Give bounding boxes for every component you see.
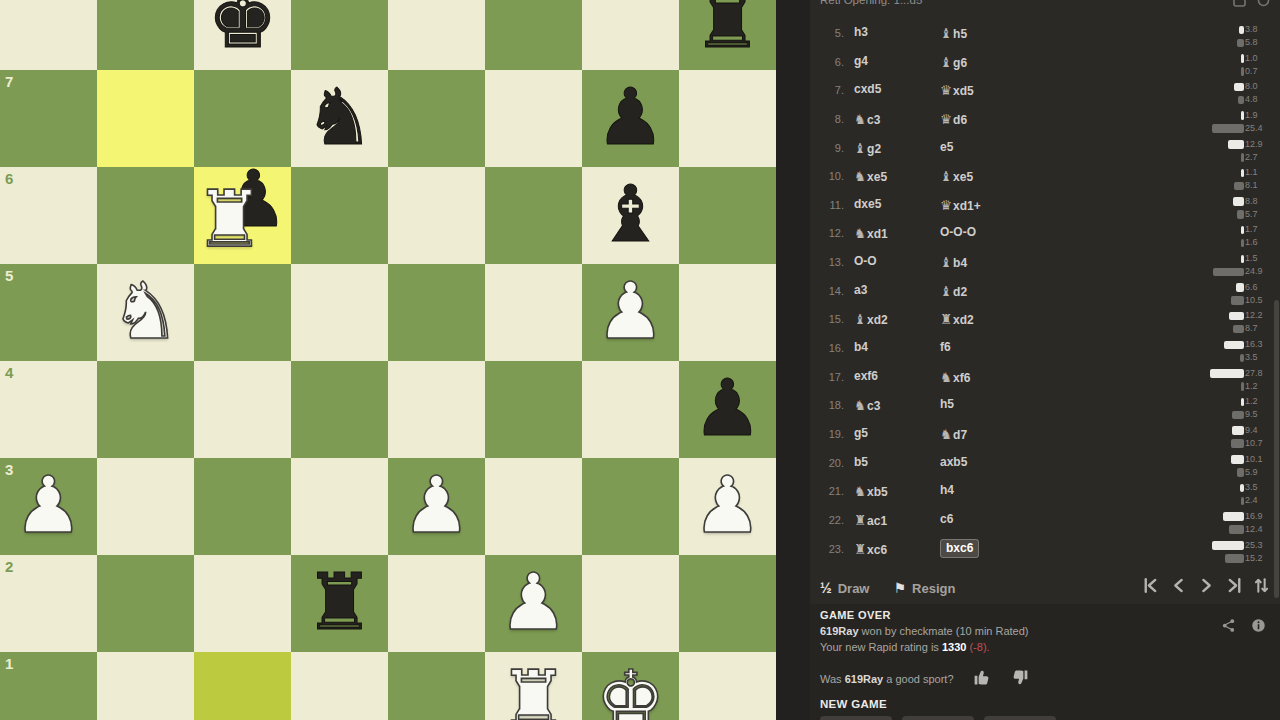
- black-time-bar: [1241, 239, 1244, 248]
- figurine-icon: ♞: [854, 397, 866, 413]
- move-number: 9.: [818, 142, 844, 154]
- black-move-23[interactable]: bxc6: [940, 541, 1080, 555]
- black-move-16[interactable]: f6: [940, 340, 1080, 354]
- move-row-16: 16.b4f616.33.5: [818, 337, 1274, 366]
- white-time-bar: [1234, 83, 1244, 92]
- white-time-bar: [1210, 369, 1244, 378]
- white-pawn-e3[interactable]: ♟: [388, 458, 485, 555]
- black-time-bar: [1237, 39, 1244, 48]
- move-number: 22.: [818, 514, 844, 526]
- white-move-time: 12.9: [1174, 139, 1274, 151]
- white-move-9[interactable]: ♝g2: [854, 140, 938, 156]
- square-e1[interactable]: [388, 652, 485, 720]
- square-h1[interactable]: [679, 652, 776, 720]
- square-f5[interactable]: [485, 264, 582, 361]
- white-move-time: 1.5: [1174, 253, 1274, 265]
- white-time-bar: [1228, 140, 1244, 149]
- square-b3[interactable]: [97, 458, 194, 555]
- white-move-18[interactable]: ♞c3: [854, 397, 938, 413]
- next-move-button[interactable]: [1197, 576, 1216, 595]
- move-number: 20.: [818, 457, 844, 469]
- white-time-value: 16.3: [1245, 339, 1272, 349]
- square-d3[interactable]: [291, 458, 388, 555]
- move-list-scrollbar[interactable]: [1274, 300, 1279, 598]
- square-e5[interactable]: [388, 264, 485, 361]
- white-time-value: 12.9: [1245, 139, 1272, 149]
- move-row-12: 12.♞xd1O-O-O1.71.6: [818, 222, 1274, 251]
- new-game-buttons: 1 min3 min10 min: [820, 716, 1056, 720]
- thumbs-down-button[interactable]: [1009, 667, 1030, 690]
- move-row-8: 8.♞c3♛d61.925.4: [818, 108, 1274, 137]
- move-row-9: 9.♝g2e512.92.7: [818, 137, 1274, 166]
- white-move-21[interactable]: ♞xb5: [854, 483, 938, 499]
- figurine-icon: ♛: [940, 111, 952, 127]
- white-time-value: 12.2: [1245, 310, 1272, 320]
- black-move-14[interactable]: ♝d2: [940, 283, 1080, 299]
- white-time-bar: [1241, 255, 1244, 264]
- figurine-icon: ♝: [940, 168, 952, 184]
- white-time-value: 3.8: [1245, 24, 1272, 34]
- black-time-value: 8.7: [1245, 323, 1272, 333]
- move-number: 11.: [818, 199, 844, 211]
- white-time-bar: [1241, 54, 1244, 63]
- white-move-5[interactable]: h3: [854, 25, 938, 39]
- figurine-icon: ♝: [940, 254, 952, 270]
- square-g3[interactable]: [582, 458, 679, 555]
- black-time-value: 24.9: [1245, 266, 1272, 276]
- white-move-time: 1.0: [1174, 53, 1274, 65]
- white-time-bar: [1241, 169, 1244, 178]
- move-number: 19.: [818, 428, 844, 440]
- move-row-22: 22.♜ac1c616.912.4: [818, 509, 1274, 538]
- square-b4[interactable]: [97, 361, 194, 458]
- figurine-icon: ♝: [940, 283, 952, 299]
- white-time-value: 1.1: [1245, 167, 1272, 177]
- square-c5[interactable]: [194, 264, 291, 361]
- white-move-14[interactable]: a3: [854, 283, 938, 297]
- white-move-23[interactable]: ♜xc6: [854, 541, 938, 557]
- figurine-icon: ♞: [854, 225, 866, 241]
- black-time-value: 5.7: [1245, 209, 1272, 219]
- white-time-bar: [1212, 541, 1244, 550]
- white-pawn-f2[interactable]: ♟: [485, 555, 582, 652]
- black-time-value: 5.9: [1245, 467, 1272, 477]
- square-d6[interactable]: [291, 167, 388, 264]
- white-move-time: 8.0: [1174, 81, 1274, 93]
- white-time-bar: [1239, 26, 1244, 35]
- new-game-button-1-min[interactable]: 1 min: [820, 716, 892, 720]
- square-h5[interactable]: [679, 264, 776, 361]
- rank-label-5: 5: [5, 267, 13, 284]
- game-over-title: GAME OVER: [820, 609, 891, 621]
- black-time-bar: [1237, 468, 1244, 477]
- figurine-icon: ♞: [940, 426, 952, 442]
- opening-name[interactable]: Réti Opening: 1...d5: [820, 0, 1160, 10]
- white-move-22[interactable]: ♜ac1: [854, 512, 938, 528]
- square-d1[interactable]: [291, 652, 388, 720]
- black-move-time: 5.8: [1174, 37, 1274, 49]
- move-row-20: 20.b5axb510.15.9: [818, 452, 1274, 481]
- white-move-10[interactable]: ♞xe5: [854, 168, 938, 184]
- white-time-value: 16.9: [1245, 511, 1272, 521]
- move-list: 5.h3♝h53.85.86.g4♝g61.00.77.cxd5♛xd58.04…: [818, 22, 1274, 566]
- figurine-icon: ♞: [854, 111, 866, 127]
- black-time-value: 3.5: [1245, 352, 1272, 362]
- square-c4[interactable]: [194, 361, 291, 458]
- black-move-9[interactable]: e5: [940, 140, 1080, 154]
- move-row-21: 21.♞xb5h43.52.4: [818, 480, 1274, 509]
- black-move-time: 1.6: [1174, 237, 1274, 249]
- black-move-8[interactable]: ♛d6: [940, 111, 1080, 127]
- move-number: 13.: [818, 256, 844, 268]
- white-move-time: 12.2: [1174, 310, 1274, 322]
- figurine-icon: ♜: [854, 541, 866, 557]
- white-move-12[interactable]: ♞xd1: [854, 225, 938, 241]
- figurine-icon: ♛: [940, 197, 952, 213]
- square-a8[interactable]: [0, 0, 97, 70]
- square-b1[interactable]: [97, 652, 194, 720]
- square-g4[interactable]: [582, 361, 679, 458]
- square-g8[interactable]: [582, 0, 679, 70]
- white-pawn-a3[interactable]: ♟: [0, 458, 97, 555]
- openings-book-icon[interactable]: [1233, 0, 1246, 11]
- square-f3[interactable]: [485, 458, 582, 555]
- share-icon[interactable]: [1221, 618, 1236, 637]
- white-move-time: 25.3: [1174, 540, 1274, 552]
- move-number: 17.: [818, 371, 844, 383]
- black-move-time: 4.8: [1174, 94, 1274, 106]
- square-h6[interactable]: [679, 167, 776, 264]
- black-knight-d7[interactable]: ♞: [291, 70, 388, 167]
- move-number: 15.: [818, 313, 844, 325]
- white-time-value: 1.5: [1245, 253, 1272, 263]
- black-time-bar: [1212, 124, 1244, 133]
- square-h2[interactable]: [679, 555, 776, 652]
- move-number: 10.: [818, 170, 844, 182]
- move-number: 6.: [818, 56, 844, 68]
- white-pawn-g5[interactable]: ♟: [582, 264, 679, 361]
- white-time-value: 8.0: [1245, 81, 1272, 91]
- white-move-19[interactable]: g5: [854, 426, 938, 440]
- move-row-13: 13.O-O♝b41.524.9: [818, 251, 1274, 280]
- rank-label-4: 4: [5, 364, 13, 381]
- black-time-bar: [1225, 554, 1244, 563]
- figurine-icon: ♛: [940, 82, 952, 98]
- white-move-time: 3.8: [1174, 24, 1274, 36]
- black-time-value: 12.4: [1245, 524, 1272, 534]
- square-d5[interactable]: [291, 264, 388, 361]
- white-time-value: 25.3: [1245, 540, 1272, 550]
- new-game-button-3-min[interactable]: 3 min: [902, 716, 974, 720]
- controls-bar: ½ Draw ⚑ Resign: [810, 574, 1280, 602]
- black-move-12[interactable]: O-O-O: [940, 225, 1080, 239]
- square-b8[interactable]: [97, 0, 194, 70]
- white-move-13[interactable]: O-O: [854, 254, 938, 268]
- white-knight-b5[interactable]: ♞: [97, 264, 194, 361]
- black-rook-d2[interactable]: ♜: [291, 555, 388, 652]
- figurine-icon: ♜: [854, 512, 866, 528]
- black-move-time: 2.7: [1174, 152, 1274, 164]
- white-time-bar: [1240, 484, 1244, 493]
- white-time-bar: [1236, 283, 1244, 292]
- square-a6[interactable]: 6: [0, 167, 97, 264]
- black-time-bar: [1231, 439, 1244, 448]
- white-move-11[interactable]: dxe5: [854, 197, 938, 211]
- move-row-7: 7.cxd5♛xd58.04.8: [818, 79, 1274, 108]
- black-time-value: 4.8: [1245, 94, 1272, 104]
- black-time-bar: [1241, 497, 1244, 506]
- square-c2[interactable]: [194, 555, 291, 652]
- move-row-10: 10.♞xe5♝xe51.18.1: [818, 165, 1274, 194]
- black-move-time: 2.4: [1174, 495, 1274, 507]
- black-time-bar: [1241, 67, 1244, 76]
- white-move-7[interactable]: cxd5: [854, 82, 938, 96]
- white-time-value: 9.4: [1245, 425, 1272, 435]
- game-over-panel: GAME OVER 619Ray won by checkmate (10 mi…: [810, 604, 1280, 720]
- black-move-time: 25.4: [1174, 123, 1274, 135]
- square-h7[interactable]: [679, 70, 776, 167]
- black-move-10[interactable]: ♝xe5: [940, 168, 1080, 184]
- white-move-6[interactable]: g4: [854, 54, 938, 68]
- move-number: 7.: [818, 84, 844, 96]
- white-time-bar: [1232, 426, 1244, 435]
- black-move-15[interactable]: ♜xd2: [940, 311, 1080, 327]
- white-move-16[interactable]: b4: [854, 340, 938, 354]
- white-time-value: 8.8: [1245, 196, 1272, 206]
- black-move-5[interactable]: ♝h5: [940, 25, 1080, 41]
- black-time-value: 2.4: [1245, 495, 1272, 505]
- previous-move-button[interactable]: [1169, 576, 1188, 595]
- black-time-value: 10.7: [1245, 438, 1272, 448]
- settings-icon[interactable]: [1257, 0, 1270, 11]
- figurine-icon: ♝: [940, 25, 952, 41]
- white-move-17[interactable]: exf6: [854, 369, 938, 383]
- white-move-time: 1.2: [1174, 396, 1274, 408]
- chess-board[interactable]: 7654321♚♜♞♟♝♟♜♞♟♟♟♟♟♜♟♜♚: [0, 0, 776, 720]
- square-a2[interactable]: 2: [0, 555, 97, 652]
- black-move-time: 0.7: [1174, 66, 1274, 78]
- flag-icon: ⚑: [893, 580, 906, 596]
- black-pawn-g7[interactable]: ♟: [582, 70, 679, 167]
- white-move-time: 1.9: [1174, 110, 1274, 122]
- black-time-bar: [1241, 153, 1244, 162]
- black-time-value: 9.5: [1245, 409, 1272, 419]
- new-game-button-10-min[interactable]: 10 min: [984, 716, 1056, 720]
- good-sport-prompt: Was 619Ray a good sport?: [820, 667, 1030, 690]
- black-move-22[interactable]: c6: [940, 512, 1080, 526]
- move-row-15: 15.♝xd2♜xd212.28.7: [818, 308, 1274, 337]
- square-c3[interactable]: [194, 458, 291, 555]
- move-row-17: 17.exf6♞xf627.81.2: [818, 366, 1274, 395]
- square-b7[interactable]: [97, 70, 194, 167]
- move-row-5: 5.h3♝h53.85.8: [818, 22, 1274, 51]
- square-a1[interactable]: 1: [0, 652, 97, 720]
- square-f7[interactable]: [485, 70, 582, 167]
- draw-button[interactable]: ½ Draw: [820, 580, 869, 596]
- square-f6[interactable]: [485, 167, 582, 264]
- rank-label-2: 2: [5, 558, 13, 575]
- figurine-icon: ♞: [940, 369, 952, 385]
- black-time-bar: [1233, 325, 1244, 334]
- white-time-value: 1.2: [1245, 396, 1272, 406]
- white-time-value: 1.9: [1245, 110, 1272, 120]
- black-move-13[interactable]: ♝b4: [940, 254, 1080, 270]
- white-time-bar: [1231, 455, 1244, 464]
- square-a4[interactable]: 4: [0, 361, 97, 458]
- white-move-20[interactable]: b5: [854, 455, 938, 469]
- black-move-17[interactable]: ♞xf6: [940, 369, 1080, 385]
- black-time-value: 15.2: [1245, 553, 1272, 563]
- square-d4[interactable]: [291, 361, 388, 458]
- black-bishop-g6[interactable]: ♝: [582, 167, 679, 264]
- white-pawn-h3[interactable]: ♟: [679, 458, 776, 555]
- white-time-value: 1.0: [1245, 53, 1272, 63]
- move-number: 23.: [818, 543, 844, 555]
- black-move-21[interactable]: h4: [940, 483, 1080, 497]
- square-e2[interactable]: [388, 555, 485, 652]
- black-move-time: 8.1: [1174, 180, 1274, 192]
- white-time-bar: [1241, 111, 1244, 120]
- black-move-11[interactable]: ♛xd1+: [940, 197, 1080, 213]
- move-row-18: 18.♞c3h51.29.5: [818, 394, 1274, 423]
- white-time-value: 6.6: [1245, 282, 1272, 292]
- white-rook-f1[interactable]: ♜: [485, 652, 582, 720]
- figurine-icon: ♝: [854, 311, 866, 327]
- black-time-bar: [1229, 525, 1245, 534]
- figurine-icon: ♝: [940, 54, 952, 70]
- move-number: 12.: [818, 227, 844, 239]
- move-row-14: 14.a3♝d26.610.5: [818, 280, 1274, 309]
- black-pawn-h4[interactable]: ♟: [679, 361, 776, 458]
- first-move-button[interactable]: [1141, 576, 1160, 595]
- figurine-icon: ♞: [854, 483, 866, 499]
- black-move-18[interactable]: h5: [940, 397, 1080, 411]
- black-time-value: 10.5: [1245, 295, 1272, 305]
- move-row-23: 23.♜xc6bxc625.315.2: [818, 538, 1274, 567]
- move-number: 21.: [818, 485, 844, 497]
- white-time-bar: [1241, 398, 1244, 407]
- info-icon[interactable]: [1251, 618, 1266, 637]
- thumbs-up-button[interactable]: [972, 667, 993, 690]
- black-move-time: 12.4: [1174, 524, 1274, 536]
- square-f8[interactable]: [485, 0, 582, 70]
- white-time-bar: [1233, 197, 1244, 206]
- black-rook-h8[interactable]: ♜: [679, 0, 776, 70]
- rank-label-1: 1: [5, 655, 13, 672]
- black-time-value: 8.1: [1245, 180, 1272, 190]
- black-king-c8[interactable]: ♚: [194, 0, 291, 70]
- black-move-time: 3.5: [1174, 352, 1274, 364]
- square-e6[interactable]: [388, 167, 485, 264]
- rating-text: Your new Rapid rating is 1330 (-8).: [820, 641, 990, 653]
- white-move-time: 3.5: [1174, 482, 1274, 494]
- black-time-value: 2.7: [1245, 152, 1272, 162]
- square-a7[interactable]: 7: [0, 70, 97, 167]
- black-move-19[interactable]: ♞d7: [940, 426, 1080, 442]
- move-number: 5.: [818, 27, 844, 39]
- white-time-value: 27.8: [1245, 368, 1272, 378]
- white-move-time: 16.9: [1174, 511, 1274, 523]
- white-move-15[interactable]: ♝xd2: [854, 311, 938, 327]
- move-row-6: 6.g4♝g61.00.7: [818, 51, 1274, 80]
- move-number: 8.: [818, 113, 844, 125]
- white-king-g1[interactable]: ♚: [582, 652, 679, 720]
- flip-board-icon[interactable]: [1253, 576, 1270, 595]
- move-row-19: 19.g5♞d79.410.7: [818, 423, 1274, 452]
- sidebar-panel: Réti Opening: 1...d5 5.h3♝h53.85.86.g4♝g…: [810, 0, 1280, 720]
- square-e8[interactable]: [388, 0, 485, 70]
- move-row-11: 11.dxe5♛xd1+8.85.7: [818, 194, 1274, 223]
- move-number: 16.: [818, 342, 844, 354]
- white-time-value: 3.5: [1245, 482, 1272, 492]
- black-time-bar: [1234, 182, 1244, 191]
- black-move-20[interactable]: axb5: [940, 455, 1080, 469]
- black-move-time: 15.2: [1174, 553, 1274, 565]
- black-move-time: 5.7: [1174, 209, 1274, 221]
- last-move-button[interactable]: [1225, 576, 1244, 595]
- black-move-time: 8.7: [1174, 323, 1274, 335]
- square-e7[interactable]: [388, 70, 485, 167]
- square-d8[interactable]: [291, 0, 388, 70]
- square-c1[interactable]: [194, 652, 291, 720]
- square-b2[interactable]: [97, 555, 194, 652]
- game-result-text: 619Ray won by checkmate (10 min Rated): [820, 625, 1029, 637]
- black-move-time: 10.5: [1174, 295, 1274, 307]
- black-move-time: 10.7: [1174, 438, 1274, 450]
- black-move-6[interactable]: ♝g6: [940, 54, 1080, 70]
- white-move-time: 8.8: [1174, 196, 1274, 208]
- black-time-value: 0.7: [1245, 66, 1272, 76]
- figurine-icon: ♝: [854, 140, 866, 156]
- figurine-icon: ♞: [854, 168, 866, 184]
- white-time-bar: [1223, 512, 1244, 521]
- black-time-bar: [1232, 411, 1244, 420]
- resign-button[interactable]: ⚑ Resign: [893, 580, 955, 596]
- new-game-title: NEW GAME: [820, 698, 887, 710]
- white-move-time: 1.1: [1174, 167, 1274, 179]
- white-move-8[interactable]: ♞c3: [854, 111, 938, 127]
- white-move-time: 6.6: [1174, 282, 1274, 294]
- black-move-time: 9.5: [1174, 409, 1274, 421]
- black-move-time: 24.9: [1174, 266, 1274, 278]
- white-move-time: 1.7: [1174, 224, 1274, 236]
- black-time-bar: [1213, 268, 1244, 277]
- white-time-value: 1.7: [1245, 224, 1272, 234]
- black-time-value: 25.4: [1245, 123, 1272, 133]
- white-time-bar: [1229, 312, 1244, 321]
- black-time-bar: [1231, 296, 1244, 305]
- square-e4[interactable]: [388, 361, 485, 458]
- black-time-bar: [1240, 354, 1244, 363]
- move-number: 18.: [818, 399, 844, 411]
- square-f4[interactable]: [485, 361, 582, 458]
- black-time-bar: [1237, 210, 1244, 219]
- square-b6[interactable]: [97, 167, 194, 264]
- white-move-time: 9.4: [1174, 425, 1274, 437]
- square-g2[interactable]: [582, 555, 679, 652]
- black-time-value: 1.6: [1245, 237, 1272, 247]
- white-move-time: 16.3: [1174, 339, 1274, 351]
- figurine-icon: ♜: [940, 311, 952, 327]
- white-move-time: 27.8: [1174, 368, 1274, 380]
- black-time-bar: [1241, 382, 1244, 391]
- square-a5[interactable]: 5: [0, 264, 97, 361]
- white-time-bar: [1241, 226, 1244, 235]
- black-time-value: 1.2: [1245, 381, 1272, 391]
- black-move-7[interactable]: ♛xd5: [940, 82, 1080, 98]
- white-rook-c6[interactable]: ♜: [181, 172, 278, 269]
- white-move-time: 10.1: [1174, 454, 1274, 466]
